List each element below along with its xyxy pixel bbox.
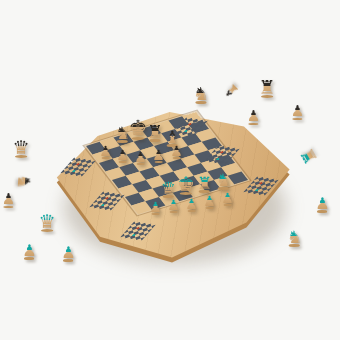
pawn-glyph: ♟ [2, 192, 15, 207]
queen-glyph: ♛ [39, 212, 56, 231]
teal-knight[interactable]: ♞ [216, 172, 231, 189]
rook-glyph: ♜ [147, 123, 163, 141]
knight-glyph: ♞ [287, 229, 302, 246]
teal-pawn[interactable]: ♟ [221, 191, 234, 205]
bishop-glyph: ♝ [220, 79, 243, 102]
queen-glyph: ♛ [13, 138, 30, 157]
knight-glyph: ♞ [193, 85, 209, 103]
teal-pawn[interactable]: ♟ [167, 198, 180, 212]
black-pawn[interactable]: ♟ [2, 192, 15, 207]
pawn-glyph: ♟ [152, 148, 165, 162]
black-queen[interactable]: ♛ [13, 138, 30, 157]
queen-glyph: ♛ [161, 180, 176, 197]
pawn-glyph: ♟ [134, 150, 147, 164]
black-pawn[interactable]: ♟ [152, 148, 165, 162]
black-rook[interactable]: ♜ [259, 78, 276, 97]
pieces-layer: ♝♜♞♟♟♚♜♞♝♛♟♟♜♟♟♟♞♞♜♚♛♟♟♟♟♟♟♟♛♞♟♟ [0, 0, 340, 340]
teal-queen[interactable]: ♛ [39, 212, 56, 231]
teal-pawn[interactable]: ♟ [203, 194, 216, 208]
teal-pawn[interactable]: ♟ [315, 196, 329, 212]
king-glyph: ♚ [177, 174, 195, 194]
pawn-glyph: ♟ [22, 243, 36, 259]
black-bishop-fallen[interactable]: ♝ [220, 79, 243, 102]
pawn-glyph: ♟ [149, 200, 162, 214]
pawn-glyph: ♟ [170, 144, 183, 158]
product-photo-scene: ♝♜♞♟♟♚♜♞♝♛♟♟♜♟♟♟♞♞♜♚♛♟♟♟♟♟♟♟♛♞♟♟ [0, 0, 340, 340]
teal-king[interactable]: ♚ [177, 174, 195, 194]
black-pawn[interactable]: ♟ [170, 144, 183, 158]
black-knight-fallen[interactable]: ♞ [14, 173, 32, 190]
pawn-glyph: ♟ [203, 194, 216, 208]
black-pawn[interactable]: ♟ [116, 148, 129, 162]
teal-pawn[interactable]: ♟ [185, 197, 198, 211]
pawn-glyph: ♟ [167, 198, 180, 212]
pawn-glyph: ♟ [185, 197, 198, 211]
rook-glyph: ♜ [259, 78, 276, 97]
pawn-glyph: ♟ [99, 144, 112, 158]
black-knight[interactable]: ♞ [115, 125, 130, 142]
black-rook[interactable]: ♜ [147, 123, 163, 141]
rook-glyph: ♜ [297, 145, 321, 168]
pawn-glyph: ♟ [61, 245, 75, 261]
rook-glyph: ♜ [197, 175, 212, 192]
black-pawn[interactable]: ♟ [99, 144, 112, 158]
teal-pawn[interactable]: ♟ [22, 243, 36, 259]
teal-pawn[interactable]: ♟ [61, 245, 75, 261]
pawn-glyph: ♟ [315, 196, 329, 212]
pawn-glyph: ♟ [221, 191, 234, 205]
knight-glyph: ♞ [216, 172, 231, 189]
knight-glyph: ♞ [115, 125, 130, 142]
black-pawn[interactable]: ♟ [134, 150, 147, 164]
black-knight[interactable]: ♞ [193, 85, 209, 103]
pawn-glyph: ♟ [291, 104, 304, 119]
teal-rook-fallen[interactable]: ♜ [297, 145, 321, 168]
teal-pawn[interactable]: ♟ [149, 200, 162, 214]
black-king[interactable]: ♚ [128, 118, 147, 139]
teal-queen[interactable]: ♛ [161, 180, 176, 197]
teal-knight[interactable]: ♞ [287, 229, 302, 246]
king-glyph: ♚ [128, 118, 147, 139]
black-pawn[interactable]: ♟ [247, 109, 260, 124]
black-pawn[interactable]: ♟ [291, 104, 304, 119]
knight-glyph: ♞ [14, 173, 32, 190]
pawn-glyph: ♟ [247, 109, 260, 124]
teal-rook[interactable]: ♜ [197, 175, 212, 192]
pawn-glyph: ♟ [116, 148, 129, 162]
